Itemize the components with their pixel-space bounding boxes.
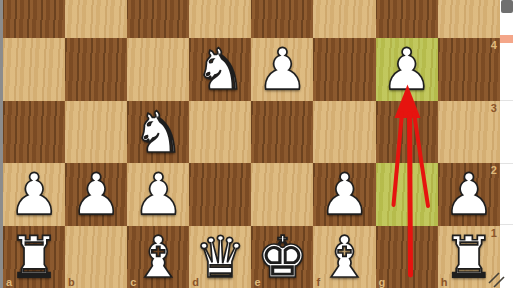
file-label-g: g bbox=[379, 276, 386, 288]
piece-white-pawn-g4[interactable]: ♟ bbox=[376, 38, 438, 101]
square-e3[interactable] bbox=[251, 101, 313, 164]
piece-white-pawn-b2[interactable]: ♟ bbox=[65, 163, 127, 226]
piece-white-rook-h1[interactable]: ♜ bbox=[438, 226, 500, 288]
scrollbar-thumb[interactable] bbox=[501, 0, 513, 13]
piece-white-pawn-a2[interactable]: ♟ bbox=[3, 163, 65, 226]
square-c3[interactable]: ♞ bbox=[127, 101, 189, 164]
square-a1[interactable]: a♜ bbox=[3, 226, 65, 288]
square-b5[interactable] bbox=[65, 0, 127, 38]
square-d5[interactable] bbox=[189, 0, 251, 38]
rank-label-4: 4 bbox=[491, 39, 497, 51]
rank-label-3: 3 bbox=[491, 102, 497, 114]
page-left-edge bbox=[0, 0, 3, 288]
square-a3[interactable] bbox=[3, 101, 65, 164]
piece-white-knight-d4[interactable]: ♞ bbox=[189, 38, 251, 101]
square-d2[interactable] bbox=[189, 163, 251, 226]
square-e4[interactable]: ♟ bbox=[251, 38, 313, 101]
square-g5[interactable] bbox=[376, 0, 438, 38]
piece-white-rook-a1[interactable]: ♜ bbox=[3, 226, 65, 288]
square-g1[interactable]: g bbox=[376, 226, 438, 288]
square-h1[interactable]: h1♜ bbox=[438, 226, 500, 288]
square-c4[interactable] bbox=[127, 38, 189, 101]
square-f3[interactable] bbox=[313, 101, 375, 164]
page: ♞♟♟4♞3♟♟♟♟2♟a♜bc♝d♛e♚f♝gh1♜ bbox=[0, 0, 513, 288]
square-h4[interactable]: 4 bbox=[438, 38, 500, 101]
square-b2[interactable]: ♟ bbox=[65, 163, 127, 226]
piece-white-pawn-e4[interactable]: ♟ bbox=[251, 38, 313, 101]
square-h3[interactable]: 3 bbox=[438, 101, 500, 164]
square-f5[interactable] bbox=[313, 0, 375, 38]
sidebar-accent-bar bbox=[500, 35, 513, 43]
square-e1[interactable]: e♚ bbox=[251, 226, 313, 288]
sidebar-panel bbox=[500, 0, 513, 288]
piece-white-king-e1[interactable]: ♚ bbox=[251, 226, 313, 288]
sidebar-separator bbox=[500, 163, 513, 164]
piece-white-queen-d1[interactable]: ♛ bbox=[189, 226, 251, 288]
piece-white-bishop-f1[interactable]: ♝ bbox=[313, 226, 375, 288]
square-h5[interactable] bbox=[438, 0, 500, 38]
file-label-b: b bbox=[68, 276, 75, 288]
square-f4[interactable] bbox=[313, 38, 375, 101]
square-b4[interactable] bbox=[65, 38, 127, 101]
chess-board[interactable]: ♞♟♟4♞3♟♟♟♟2♟a♜bc♝d♛e♚f♝gh1♜ bbox=[3, 0, 500, 288]
square-d1[interactable]: d♛ bbox=[189, 226, 251, 288]
sidebar-separator bbox=[500, 224, 513, 225]
square-f2[interactable]: ♟ bbox=[313, 163, 375, 226]
square-a2[interactable]: ♟ bbox=[3, 163, 65, 226]
sidebar-separator bbox=[500, 100, 513, 101]
piece-white-knight-c3[interactable]: ♞ bbox=[127, 101, 189, 164]
piece-white-pawn-f2[interactable]: ♟ bbox=[313, 163, 375, 226]
square-e2[interactable] bbox=[251, 163, 313, 226]
square-c2[interactable]: ♟ bbox=[127, 163, 189, 226]
square-b1[interactable]: b bbox=[65, 226, 127, 288]
square-g4[interactable]: ♟ bbox=[376, 38, 438, 101]
square-g3[interactable] bbox=[376, 101, 438, 164]
square-f1[interactable]: f♝ bbox=[313, 226, 375, 288]
piece-white-pawn-h2[interactable]: ♟ bbox=[438, 163, 500, 226]
square-d4[interactable]: ♞ bbox=[189, 38, 251, 101]
square-c1[interactable]: c♝ bbox=[127, 226, 189, 288]
square-c5[interactable] bbox=[127, 0, 189, 38]
square-b3[interactable] bbox=[65, 101, 127, 164]
square-h2[interactable]: 2♟ bbox=[438, 163, 500, 226]
square-d3[interactable] bbox=[189, 101, 251, 164]
square-e5[interactable] bbox=[251, 0, 313, 38]
piece-white-bishop-c1[interactable]: ♝ bbox=[127, 226, 189, 288]
square-a4[interactable] bbox=[3, 38, 65, 101]
square-a5[interactable] bbox=[3, 0, 65, 38]
square-g2[interactable] bbox=[376, 163, 438, 226]
piece-white-pawn-c2[interactable]: ♟ bbox=[127, 163, 189, 226]
